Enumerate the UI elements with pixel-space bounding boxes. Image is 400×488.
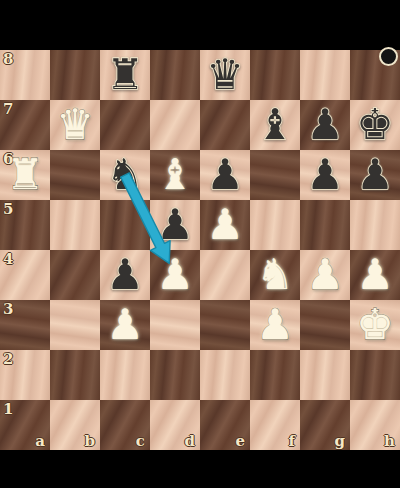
square-f3[interactable]: ♟: [250, 300, 300, 350]
square-c4[interactable]: ♟: [100, 250, 150, 300]
square-g3[interactable]: [300, 300, 350, 350]
square-f8[interactable]: [250, 50, 300, 100]
square-b6[interactable]: [50, 150, 100, 200]
white-pawn[interactable]: ♟: [300, 250, 350, 300]
square-d5[interactable]: ♟: [150, 200, 200, 250]
square-g6[interactable]: ♟: [300, 150, 350, 200]
white-pawn[interactable]: ♟: [150, 250, 200, 300]
file-label-d: d: [185, 434, 196, 449]
square-f2[interactable]: [250, 350, 300, 400]
square-f6[interactable]: [250, 150, 300, 200]
square-h6[interactable]: ♟: [350, 150, 400, 200]
square-a8[interactable]: 8: [0, 50, 50, 100]
white-king[interactable]: ♚: [350, 300, 400, 350]
top-bar: [0, 0, 400, 50]
black-bishop[interactable]: ♝: [250, 100, 300, 150]
square-f5[interactable]: [250, 200, 300, 250]
square-a2[interactable]: 2: [0, 350, 50, 400]
square-f1[interactable]: f: [250, 400, 300, 450]
black-pawn[interactable]: ♟: [200, 150, 250, 200]
square-g7[interactable]: ♟: [300, 100, 350, 150]
black-queen[interactable]: ♛: [200, 50, 250, 100]
square-a7[interactable]: 7: [0, 100, 50, 150]
bottom-bar: [0, 450, 400, 488]
square-e6[interactable]: ♟: [200, 150, 250, 200]
square-e1[interactable]: e: [200, 400, 250, 450]
square-b4[interactable]: [50, 250, 100, 300]
rank-label-2: 2: [3, 352, 13, 367]
white-queen[interactable]: ♛: [50, 100, 100, 150]
white-pawn[interactable]: ♟: [350, 250, 400, 300]
black-pawn[interactable]: ♟: [350, 150, 400, 200]
square-e8[interactable]: ♛: [200, 50, 250, 100]
black-pawn[interactable]: ♟: [100, 250, 150, 300]
square-h7[interactable]: ♚: [350, 100, 400, 150]
square-b7[interactable]: ♛: [50, 100, 100, 150]
square-e4[interactable]: [200, 250, 250, 300]
file-label-a: a: [35, 434, 45, 449]
square-d1[interactable]: d: [150, 400, 200, 450]
white-bishop[interactable]: ♝: [150, 150, 200, 200]
square-b3[interactable]: [50, 300, 100, 350]
square-a3[interactable]: 3: [0, 300, 50, 350]
white-knight[interactable]: ♞: [250, 250, 300, 300]
square-c8[interactable]: ♜: [100, 50, 150, 100]
square-d2[interactable]: [150, 350, 200, 400]
chess-board: 8♜♛7♛♝♟♚6♜♞♝♟♟♟5♟♟4♟♟♞♟♟3♟♟♚21abcdefgh: [0, 50, 400, 450]
square-f4[interactable]: ♞: [250, 250, 300, 300]
file-label-h: h: [384, 434, 395, 449]
black-pawn[interactable]: ♟: [300, 150, 350, 200]
square-e3[interactable]: [200, 300, 250, 350]
rank-label-7: 7: [3, 102, 13, 117]
file-label-f: f: [289, 434, 295, 449]
rank-label-1: 1: [3, 402, 13, 417]
white-pawn[interactable]: ♟: [100, 300, 150, 350]
square-c2[interactable]: [100, 350, 150, 400]
black-pawn[interactable]: ♟: [150, 200, 200, 250]
rank-label-3: 3: [3, 302, 13, 317]
square-g5[interactable]: [300, 200, 350, 250]
square-g1[interactable]: g: [300, 400, 350, 450]
file-label-e: e: [235, 434, 245, 449]
square-h5[interactable]: [350, 200, 400, 250]
black-pawn[interactable]: ♟: [300, 100, 350, 150]
file-label-c: c: [136, 434, 145, 449]
square-b2[interactable]: [50, 350, 100, 400]
square-d8[interactable]: [150, 50, 200, 100]
square-d7[interactable]: [150, 100, 200, 150]
square-f7[interactable]: ♝: [250, 100, 300, 150]
square-a4[interactable]: 4: [0, 250, 50, 300]
square-a1[interactable]: 1a: [0, 400, 50, 450]
square-h3[interactable]: ♚: [350, 300, 400, 350]
black-king[interactable]: ♚: [350, 100, 400, 150]
square-a6[interactable]: 6♜: [0, 150, 50, 200]
square-h4[interactable]: ♟: [350, 250, 400, 300]
file-label-g: g: [335, 434, 346, 449]
square-b5[interactable]: [50, 200, 100, 250]
square-e2[interactable]: [200, 350, 250, 400]
square-g8[interactable]: [300, 50, 350, 100]
square-e5[interactable]: ♟: [200, 200, 250, 250]
square-c7[interactable]: [100, 100, 150, 150]
black-knight[interactable]: ♞: [100, 150, 150, 200]
square-c6[interactable]: ♞: [100, 150, 150, 200]
rank-label-4: 4: [3, 252, 13, 267]
square-b8[interactable]: [50, 50, 100, 100]
square-g4[interactable]: ♟: [300, 250, 350, 300]
rank-label-5: 5: [3, 202, 13, 217]
square-a5[interactable]: 5: [0, 200, 50, 250]
rank-label-8: 8: [3, 52, 13, 67]
square-d3[interactable]: [150, 300, 200, 350]
file-label-b: b: [85, 434, 96, 449]
square-d4[interactable]: ♟: [150, 250, 200, 300]
white-pawn[interactable]: ♟: [250, 300, 300, 350]
square-d6[interactable]: ♝: [150, 150, 200, 200]
square-h1[interactable]: h: [350, 400, 400, 450]
black-to-move-indicator: [379, 47, 398, 66]
square-e7[interactable]: [200, 100, 250, 150]
white-rook[interactable]: ♜: [0, 150, 50, 200]
square-h2[interactable]: [350, 350, 400, 400]
square-c5[interactable]: [100, 200, 150, 250]
square-c3[interactable]: ♟: [100, 300, 150, 350]
square-g2[interactable]: [300, 350, 350, 400]
square-c1[interactable]: c: [100, 400, 150, 450]
black-rook[interactable]: ♜: [100, 50, 150, 100]
square-b1[interactable]: b: [50, 400, 100, 450]
white-pawn[interactable]: ♟: [200, 200, 250, 250]
